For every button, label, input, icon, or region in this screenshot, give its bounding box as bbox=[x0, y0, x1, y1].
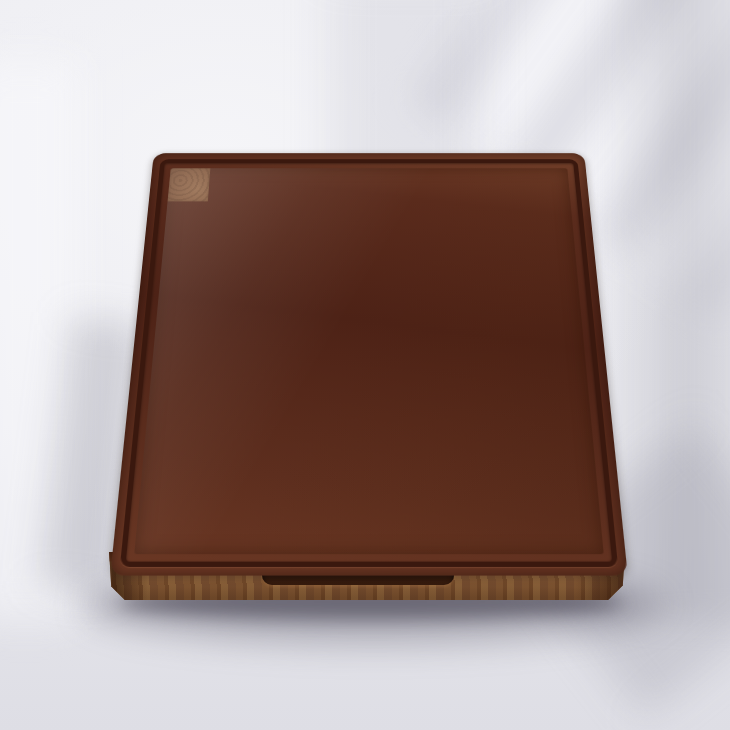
board-frame bbox=[110, 153, 628, 575]
photo-scene bbox=[0, 0, 730, 730]
checker-field bbox=[134, 168, 604, 554]
juice-groove bbox=[120, 159, 618, 567]
gloss-overlay bbox=[134, 168, 604, 554]
board-square bbox=[168, 168, 211, 201]
cutting-board-top-face bbox=[110, 153, 628, 575]
background-band-left bbox=[0, 60, 80, 620]
